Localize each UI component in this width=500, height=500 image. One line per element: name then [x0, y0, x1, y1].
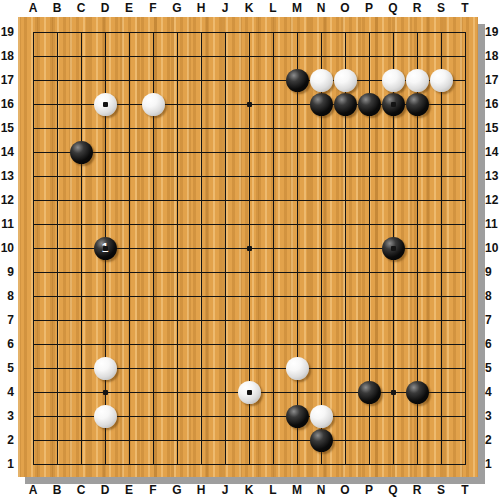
coord-col-top-s: S [433, 1, 449, 15]
coord-col-bottom-f: F [145, 483, 161, 497]
stone-white-q17[interactable] [382, 69, 405, 92]
coord-col-bottom-n: N [313, 483, 329, 497]
hoshi-k16 [247, 102, 252, 107]
coord-col-top-h: H [193, 1, 209, 15]
coord-row-left-3: 3 [0, 409, 14, 423]
stone-white-n3[interactable] [310, 405, 333, 428]
coord-row-left-12: 12 [0, 193, 14, 207]
hoshi-k4 [247, 390, 252, 395]
coord-row-left-1: 1 [0, 457, 14, 471]
coord-col-top-f: F [145, 1, 161, 15]
stone-white-o17[interactable] [334, 69, 357, 92]
coord-row-left-18: 18 [0, 49, 14, 63]
hoshi-q16 [391, 102, 396, 107]
go-board-screen: 1 AABBCCDDEEFFGGHHJJKKLLMMNNOOPPQQRRSSTT… [0, 0, 500, 500]
coord-row-right-13: 13 [485, 169, 500, 183]
coord-col-top-k: K [241, 1, 257, 15]
coord-row-right-14: 14 [485, 145, 500, 159]
coord-col-top-g: G [169, 1, 185, 15]
stone-black-m17[interactable] [286, 69, 309, 92]
hoshi-d16 [103, 102, 108, 107]
coord-row-right-7: 7 [485, 313, 500, 327]
coord-row-right-10: 10 [485, 241, 500, 255]
coord-col-top-m: M [289, 1, 305, 15]
coord-col-top-j: J [217, 1, 233, 15]
coord-row-right-16: 16 [485, 97, 500, 111]
coord-row-left-4: 4 [0, 385, 14, 399]
coord-row-right-5: 5 [485, 361, 500, 375]
hoshi-k10 [247, 246, 252, 251]
coord-col-bottom-t: T [457, 483, 473, 497]
stone-white-f16[interactable] [142, 93, 165, 116]
coord-col-bottom-h: H [193, 483, 209, 497]
coord-col-top-p: P [361, 1, 377, 15]
stone-black-n2[interactable] [310, 429, 333, 452]
coord-row-right-1: 1 [485, 457, 500, 471]
coord-col-top-c: C [73, 1, 89, 15]
coord-row-left-9: 9 [0, 265, 14, 279]
coord-col-top-l: L [265, 1, 281, 15]
stone-white-d3[interactable] [94, 405, 117, 428]
coord-col-bottom-g: G [169, 483, 185, 497]
coord-col-bottom-r: R [409, 483, 425, 497]
coord-col-bottom-p: P [361, 483, 377, 497]
coord-col-bottom-b: B [49, 483, 65, 497]
coord-row-left-6: 6 [0, 337, 14, 351]
coord-row-right-8: 8 [485, 289, 500, 303]
coord-row-right-19: 19 [485, 25, 500, 39]
coord-col-bottom-q: Q [385, 483, 401, 497]
stone-white-r17[interactable] [406, 69, 429, 92]
coord-row-right-11: 11 [485, 217, 500, 231]
coord-row-left-7: 7 [0, 313, 14, 327]
coord-row-left-14: 14 [0, 145, 14, 159]
hoshi-q4 [391, 390, 396, 395]
coord-row-left-17: 17 [0, 73, 14, 87]
coord-col-bottom-s: S [433, 483, 449, 497]
coord-row-right-12: 12 [485, 193, 500, 207]
stone-black-p4[interactable] [358, 381, 381, 404]
coord-col-top-n: N [313, 1, 329, 15]
coord-col-bottom-o: O [337, 483, 353, 497]
stone-white-m5[interactable] [286, 357, 309, 380]
coord-col-bottom-a: A [25, 483, 41, 497]
stone-black-c14[interactable] [70, 141, 93, 164]
coord-col-top-e: E [121, 1, 137, 15]
coord-col-top-a: A [25, 1, 41, 15]
coord-col-top-t: T [457, 1, 473, 15]
coord-row-left-11: 11 [0, 217, 14, 231]
coord-row-left-8: 8 [0, 289, 14, 303]
stone-white-s17[interactable] [430, 69, 453, 92]
hoshi-d4 [103, 390, 108, 395]
coord-col-top-b: B [49, 1, 65, 15]
coord-col-bottom-e: E [121, 483, 137, 497]
hoshi-q10 [391, 246, 396, 251]
goban[interactable]: 1 [18, 17, 478, 477]
coord-row-right-9: 9 [485, 265, 500, 279]
coord-col-top-r: R [409, 1, 425, 15]
coord-col-top-d: D [97, 1, 113, 15]
stone-black-p16[interactable] [358, 93, 381, 116]
stone-black-r16[interactable] [406, 93, 429, 116]
coord-row-left-19: 19 [0, 25, 14, 39]
coord-col-bottom-j: J [217, 483, 233, 497]
coord-row-left-16: 16 [0, 97, 14, 111]
coord-col-bottom-m: M [289, 483, 305, 497]
coord-row-right-3: 3 [485, 409, 500, 423]
coord-col-bottom-d: D [97, 483, 113, 497]
coord-row-right-15: 15 [485, 121, 500, 135]
coord-row-left-5: 5 [0, 361, 14, 375]
coord-row-left-2: 2 [0, 433, 14, 447]
stone-white-d5[interactable] [94, 357, 117, 380]
coord-row-left-10: 10 [0, 241, 14, 255]
coord-col-bottom-c: C [73, 483, 89, 497]
stone-black-m3[interactable] [286, 405, 309, 428]
coord-row-right-6: 6 [485, 337, 500, 351]
stone-black-n16[interactable] [310, 93, 333, 116]
coord-col-bottom-k: K [241, 483, 257, 497]
coord-row-left-13: 13 [0, 169, 14, 183]
coord-row-right-4: 4 [485, 385, 500, 399]
coord-row-left-15: 15 [0, 121, 14, 135]
coord-row-right-2: 2 [485, 433, 500, 447]
stone-black-r4[interactable] [406, 381, 429, 404]
coord-col-bottom-l: L [265, 483, 281, 497]
coord-col-top-q: Q [385, 1, 401, 15]
stone-black-o16[interactable] [334, 93, 357, 116]
stone-white-n17[interactable] [310, 69, 333, 92]
coord-row-right-18: 18 [485, 49, 500, 63]
coord-row-right-17: 17 [485, 73, 500, 87]
coord-col-top-o: O [337, 1, 353, 15]
hoshi-d10 [103, 246, 108, 251]
